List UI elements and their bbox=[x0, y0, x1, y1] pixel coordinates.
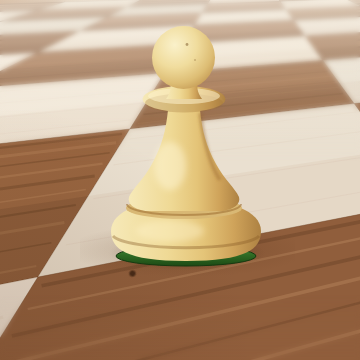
pawn-bell-glare bbox=[154, 142, 186, 190]
pawn-head-blemish bbox=[186, 43, 189, 46]
white-pawn-piece bbox=[100, 18, 270, 268]
pawn-head-speck bbox=[194, 59, 196, 61]
pawn-base-glare bbox=[136, 220, 204, 242]
photo-stage bbox=[0, 0, 360, 360]
pawn-head bbox=[152, 26, 215, 89]
